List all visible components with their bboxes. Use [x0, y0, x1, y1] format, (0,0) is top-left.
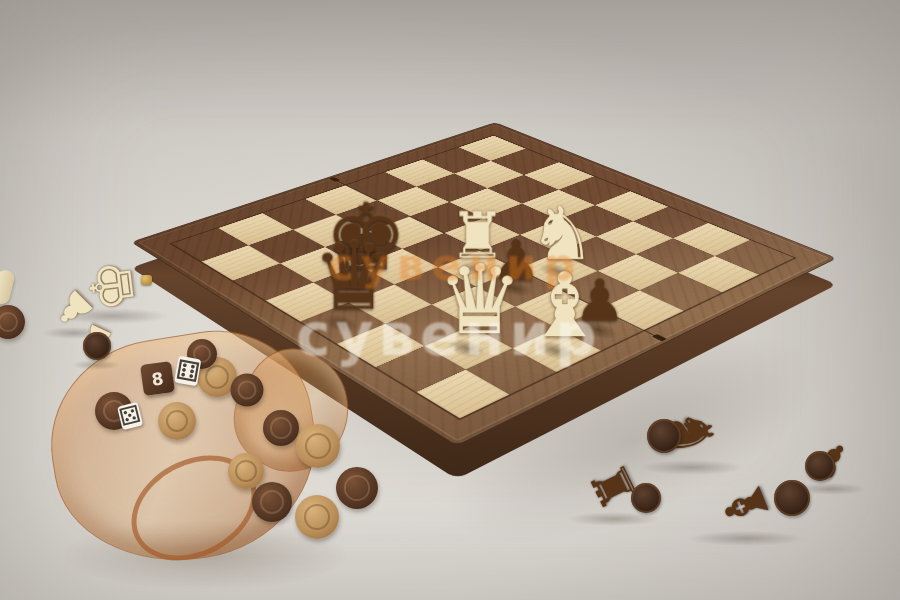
checker-light-8 — [295, 495, 339, 539]
square-h6[interactable] — [640, 273, 723, 311]
checker-dark-5 — [263, 410, 299, 446]
dark-rook-lying-felt-base — [631, 483, 661, 513]
dark-knight-lying-shadow — [640, 460, 744, 475]
checker-dark-9 — [252, 482, 292, 522]
dark-rook-lying-shadow — [568, 512, 660, 526]
checker-light-10 — [228, 453, 264, 489]
doubling-cube: 8 — [140, 361, 175, 396]
checker-dark-4 — [231, 374, 264, 407]
checker-dark-7 — [336, 467, 378, 509]
piece-white-queen-g2[interactable]: ♛ — [437, 251, 499, 347]
dark-bishop-lying-shadow — [688, 531, 804, 546]
piece-white-bishop-h3[interactable]: ♝ — [525, 261, 587, 350]
checker-light-3 — [158, 402, 196, 440]
checker-light-6 — [296, 424, 340, 468]
dark-knight-lying-felt-base — [647, 419, 681, 453]
scene-photo: { "game": "chess", "scene": { "descripti… — [0, 0, 900, 600]
doubling-cube-label: 8 — [150, 368, 165, 389]
piece-black-queen-e1[interactable]: ♛ — [313, 229, 373, 322]
dark-pawn-lying-felt-base — [805, 451, 835, 481]
white-pawn-fallen-felt-base — [83, 332, 111, 360]
